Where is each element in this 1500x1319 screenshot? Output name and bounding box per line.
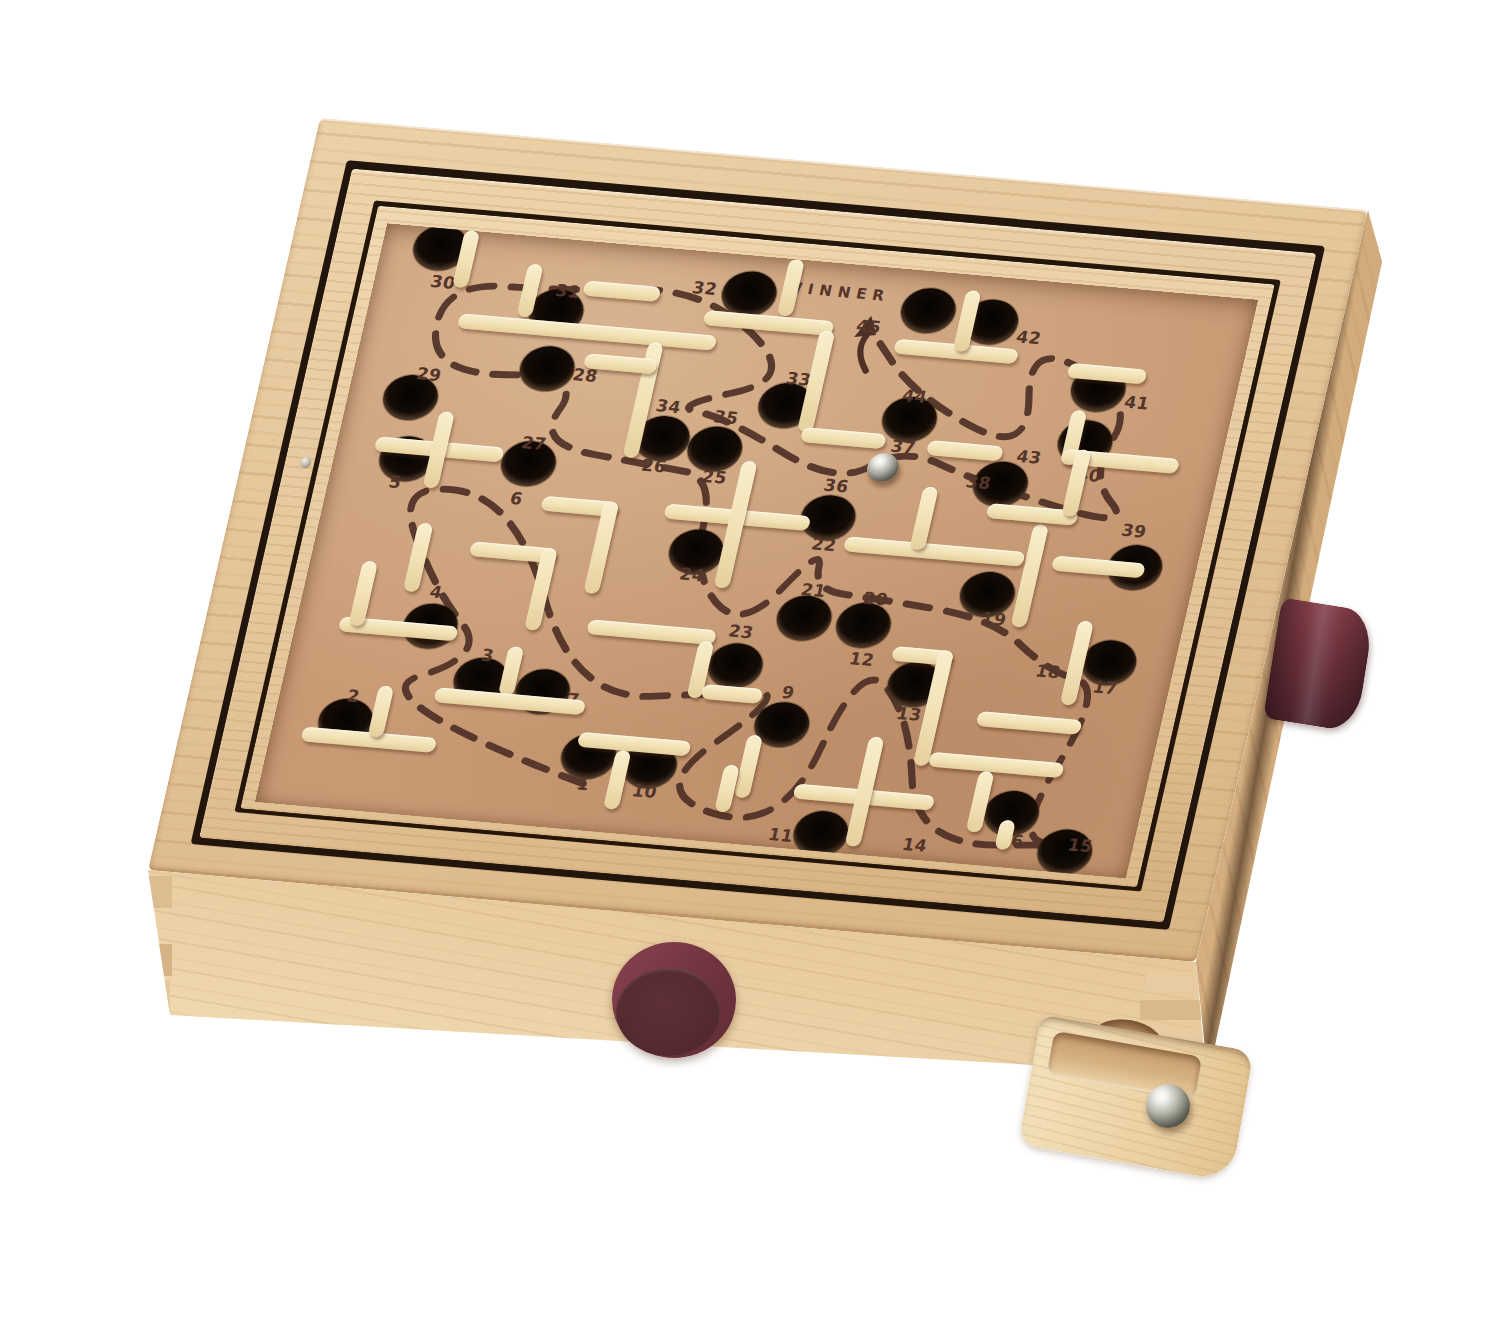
tilt-knob-front[interactable] <box>612 942 736 1058</box>
waypoint-number: 26 <box>640 455 669 477</box>
waypoint-number: 38 <box>964 471 993 493</box>
waypoint-number: 41 <box>1122 392 1151 414</box>
waypoint-number: 27 <box>520 432 549 454</box>
waypoint-number: 19 <box>979 608 1008 630</box>
tilt-knob-right[interactable] <box>1263 597 1375 732</box>
waypoint-number: 25 <box>700 466 729 488</box>
waypoint-number: 45 <box>854 316 883 338</box>
waypoint-number: 17 <box>1091 677 1120 699</box>
labyrinth-game-photo: WINNER 123456789101112131415161718192021… <box>0 0 1500 1319</box>
waypoint-number: 13 <box>895 703 924 725</box>
waypoint-number: 32 <box>690 277 719 299</box>
waypoint-number: 42 <box>1014 327 1043 349</box>
waypoint-number: 14 <box>900 834 929 856</box>
waypoint-number: 18 <box>1034 661 1063 683</box>
maze-playfield: WINNER 123456789101112131415161718192021… <box>255 223 1258 878</box>
waypoint-number: 36 <box>822 475 851 497</box>
waypoint-number: 43 <box>1015 446 1044 468</box>
waypoint-number: 35 <box>712 407 741 429</box>
steel-ball-in-tray[interactable] <box>1146 1084 1190 1128</box>
waypoint-number: 39 <box>1120 520 1149 542</box>
waypoint-number: 31 <box>553 280 582 302</box>
ball-return-tray <box>1018 1014 1254 1182</box>
finger-joint <box>148 980 170 1010</box>
finger-joint <box>148 876 172 908</box>
waypoint-number: 12 <box>847 648 876 670</box>
waypoint-number: 22 <box>810 534 839 556</box>
waypoint-number: 37 <box>889 436 918 458</box>
waypoint-number: 34 <box>654 395 683 417</box>
waypoint-number: 11 <box>766 824 795 846</box>
waypoint-number: 24 <box>678 564 707 586</box>
waypoint-number: 21 <box>799 579 828 601</box>
finger-joint <box>1140 1000 1206 1020</box>
waypoint-number: 29 <box>415 364 444 386</box>
waypoint-number: 44 <box>900 385 929 407</box>
tilt-knob-front-face <box>616 968 720 1056</box>
waypoint-number: 15 <box>1066 835 1095 857</box>
waypoint-number: 23 <box>727 621 756 643</box>
finger-joint <box>1146 972 1206 992</box>
box-top-surface: WINNER 123456789101112131415161718192021… <box>148 118 1368 962</box>
winner-arrow-icon <box>856 335 874 371</box>
waypoint-number: 10 <box>630 780 659 802</box>
finger-joint <box>148 944 172 976</box>
waypoint-number: 20 <box>861 588 890 610</box>
